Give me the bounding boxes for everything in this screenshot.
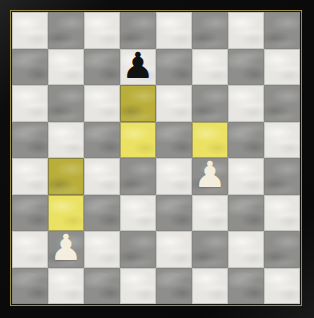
square-d4[interactable] <box>120 158 156 195</box>
square-g3[interactable] <box>228 195 264 232</box>
square-a6[interactable] <box>12 85 48 122</box>
square-d6[interactable] <box>120 85 156 122</box>
square-g1[interactable] <box>228 268 264 305</box>
square-f5[interactable] <box>192 122 228 159</box>
square-b4[interactable] <box>48 158 84 195</box>
square-g8[interactable] <box>228 12 264 49</box>
square-c7[interactable] <box>84 49 120 86</box>
square-c5[interactable] <box>84 122 120 159</box>
square-h7[interactable] <box>264 49 300 86</box>
square-f6[interactable] <box>192 85 228 122</box>
square-a1[interactable] <box>12 268 48 305</box>
square-e2[interactable] <box>156 231 192 268</box>
square-h4[interactable] <box>264 158 300 195</box>
square-f3[interactable] <box>192 195 228 232</box>
square-a8[interactable] <box>12 12 48 49</box>
square-c2[interactable] <box>84 231 120 268</box>
square-b1[interactable] <box>48 268 84 305</box>
square-b3[interactable] <box>48 195 84 232</box>
square-e1[interactable] <box>156 268 192 305</box>
square-f1[interactable] <box>192 268 228 305</box>
square-g4[interactable] <box>228 158 264 195</box>
square-a7[interactable] <box>12 49 48 86</box>
square-b6[interactable] <box>48 85 84 122</box>
chess-board: ♟♟♟ <box>12 12 300 304</box>
square-a5[interactable] <box>12 122 48 159</box>
square-f2[interactable] <box>192 231 228 268</box>
square-e4[interactable] <box>156 158 192 195</box>
square-d3[interactable] <box>120 195 156 232</box>
square-a2[interactable] <box>12 231 48 268</box>
square-h3[interactable] <box>264 195 300 232</box>
square-h6[interactable] <box>264 85 300 122</box>
square-h5[interactable] <box>264 122 300 159</box>
square-e3[interactable] <box>156 195 192 232</box>
square-c3[interactable] <box>84 195 120 232</box>
square-c1[interactable] <box>84 268 120 305</box>
square-c4[interactable] <box>84 158 120 195</box>
square-b5[interactable] <box>48 122 84 159</box>
white-pawn[interactable]: ♟ <box>50 231 82 266</box>
square-g7[interactable] <box>228 49 264 86</box>
black-pawn[interactable]: ♟ <box>122 49 154 84</box>
square-e5[interactable] <box>156 122 192 159</box>
square-g2[interactable] <box>228 231 264 268</box>
square-h2[interactable] <box>264 231 300 268</box>
square-e8[interactable] <box>156 12 192 49</box>
square-f7[interactable] <box>192 49 228 86</box>
square-e6[interactable] <box>156 85 192 122</box>
square-g5[interactable] <box>228 122 264 159</box>
square-d8[interactable] <box>120 12 156 49</box>
square-e7[interactable] <box>156 49 192 86</box>
square-c8[interactable] <box>84 12 120 49</box>
square-c6[interactable] <box>84 85 120 122</box>
square-f4[interactable]: ♟ <box>192 158 228 195</box>
square-d1[interactable] <box>120 268 156 305</box>
square-b8[interactable] <box>48 12 84 49</box>
square-b2[interactable]: ♟ <box>48 231 84 268</box>
square-h8[interactable] <box>264 12 300 49</box>
square-a3[interactable] <box>12 195 48 232</box>
square-b7[interactable] <box>48 49 84 86</box>
square-g6[interactable] <box>228 85 264 122</box>
square-d2[interactable] <box>120 231 156 268</box>
white-pawn[interactable]: ♟ <box>194 158 226 193</box>
square-a4[interactable] <box>12 158 48 195</box>
square-h1[interactable] <box>264 268 300 305</box>
square-d5[interactable] <box>120 122 156 159</box>
board-pinstripe-border: ♟♟♟ <box>10 10 302 306</box>
square-d7[interactable]: ♟ <box>120 49 156 86</box>
board-frame: ♟♟♟ <box>0 0 314 318</box>
square-f8[interactable] <box>192 12 228 49</box>
